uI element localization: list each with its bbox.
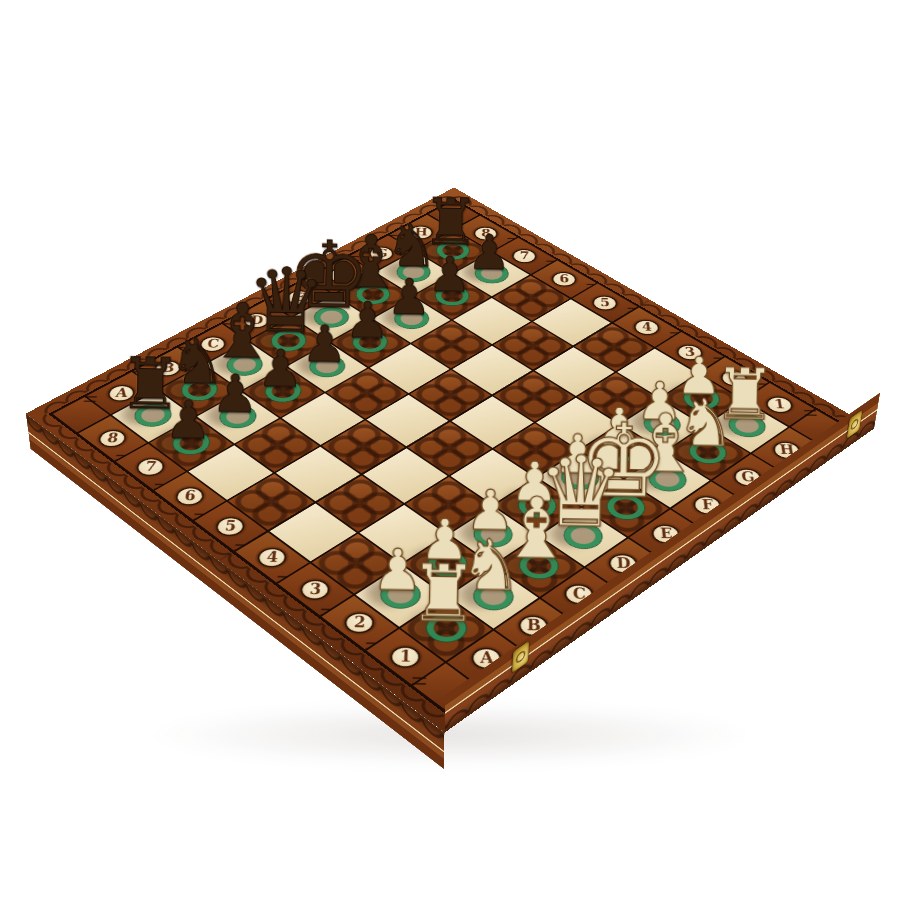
board-grid: 87654321H♜♟♟♜HG♞♟♟♞GF♝♟♟♝FE♚♟♟♚ED♛♟♟♛DC♝… (48, 198, 851, 713)
brass-clasp (512, 641, 529, 673)
coord-circle: 1 (384, 641, 427, 671)
white-rook-glyph: ♜ (365, 556, 522, 633)
brass-clasp (847, 410, 863, 439)
coord-circle: 7 (131, 454, 170, 479)
coord-circle: 4 (629, 316, 665, 338)
coord-circle: 5 (210, 513, 250, 540)
product-photo: 87654321H♜♟♟♜HG♞♟♟♞GF♝♟♟♝FE♚♟♟♚ED♛♟♟♛DC♝… (0, 0, 900, 900)
coord-circle: 4 (252, 543, 293, 571)
coord-circle: 5 (587, 292, 623, 313)
coord-circle: 6 (170, 483, 210, 509)
black-pawn-glyph: ♟ (117, 394, 260, 447)
chessboard: 87654321H♜♟♟♜HG♞♟♟♞GF♝♟♟♝FE♚♟♟♚ED♛♟♟♛DC♝… (26, 188, 874, 733)
